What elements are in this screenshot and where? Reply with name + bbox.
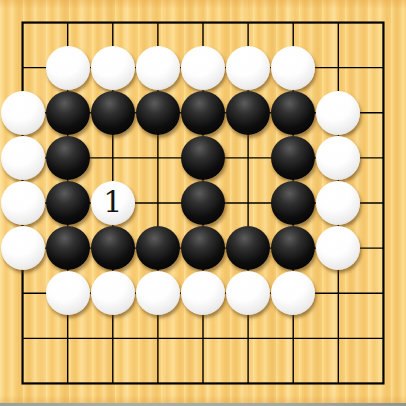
- white-stone: [271, 46, 315, 90]
- white-stone: [46, 46, 90, 90]
- black-stone: [46, 91, 90, 135]
- black-stone: [181, 136, 225, 180]
- black-stone: [271, 226, 315, 270]
- black-stone: [226, 226, 270, 270]
- white-stone: [46, 271, 90, 315]
- white-stone: [91, 46, 135, 90]
- white-stone: [1, 91, 45, 135]
- black-stone: [271, 91, 315, 135]
- white-stone: [1, 181, 45, 225]
- white-stone: [226, 46, 270, 90]
- black-stone: [136, 226, 180, 270]
- white-stone: [1, 226, 45, 270]
- white-stone: [91, 271, 135, 315]
- black-stone: [181, 226, 225, 270]
- go-board: 1: [0, 0, 406, 406]
- go-diagram: 1: [0, 0, 406, 406]
- black-stone: [91, 226, 135, 270]
- black-stone: [46, 226, 90, 270]
- black-stone: [271, 181, 315, 225]
- black-stone: [46, 181, 90, 225]
- white-stone: [181, 46, 225, 90]
- black-stone: [226, 91, 270, 135]
- white-stone: [316, 181, 360, 225]
- white-stone: [316, 136, 360, 180]
- white-stone: [316, 226, 360, 270]
- black-stone: [181, 181, 225, 225]
- black-stone: [181, 91, 225, 135]
- white-stone: [226, 271, 270, 315]
- white-stone: [181, 271, 225, 315]
- white-stone: [316, 91, 360, 135]
- white-stone: [136, 271, 180, 315]
- stone-layer: 1: [0, 0, 406, 406]
- white-stone: [271, 271, 315, 315]
- move-number-label: 1: [103, 187, 122, 217]
- white-stone: [1, 136, 45, 180]
- white-stone-move-1: 1: [91, 181, 135, 225]
- black-stone: [271, 136, 315, 180]
- black-stone: [91, 91, 135, 135]
- white-stone: [136, 46, 180, 90]
- black-stone: [46, 136, 90, 180]
- black-stone: [136, 91, 180, 135]
